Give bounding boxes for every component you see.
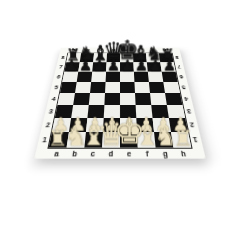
black-pawn[interactable]: ♟: [106, 58, 119, 73]
square-d7[interactable]: ♟: [106, 62, 120, 72]
square-c6[interactable]: [91, 72, 106, 82]
square-f5[interactable]: [134, 82, 150, 93]
square-e6[interactable]: [120, 72, 134, 82]
coordinate-label: e: [120, 48, 133, 54]
square-d5[interactable]: [105, 82, 120, 93]
files-top: abcdefgh: [68, 48, 172, 54]
square-c7[interactable]: ♟: [92, 62, 106, 72]
square-e5[interactable]: [120, 82, 135, 93]
coordinate-label: g: [145, 48, 159, 54]
square-f7[interactable]: ♟: [133, 62, 147, 72]
product-photo: abcdefgh abcdefgh 87654321 87654321 ♜♞♝♛…: [0, 0, 225, 225]
square-c5[interactable]: [90, 82, 106, 93]
board-grid: ♜♞♝♛♚♝♞♜♟♟♟♟♟♟♟♟♟♟♟♟♟♟♟♟♜♞♝♛♚♝♞♜: [49, 53, 191, 147]
square-a6[interactable]: [62, 72, 78, 82]
white-rook[interactable]: ♜: [173, 128, 192, 149]
black-pawn[interactable]: ♟: [148, 58, 161, 73]
chess-board-mat: abcdefgh abcdefgh 87654321 87654321 ♜♞♝♛…: [34, 48, 205, 159]
black-pawn[interactable]: ♟: [120, 58, 133, 73]
square-g7[interactable]: ♟: [147, 62, 162, 72]
square-f6[interactable]: [134, 72, 149, 82]
coordinate-label: 6: [176, 72, 188, 82]
coordinate-label: d: [107, 48, 120, 54]
coordinate-label: 5: [178, 82, 190, 93]
square-f4[interactable]: [135, 93, 151, 105]
black-pawn[interactable]: ♟: [92, 58, 105, 73]
square-d6[interactable]: [106, 72, 120, 82]
coordinate-label: f: [133, 48, 146, 54]
board-scene: abcdefgh abcdefgh 87654321 87654321 ♜♞♝♛…: [50, 23, 190, 163]
square-h4[interactable]: [165, 93, 182, 105]
coordinate-label: c: [94, 48, 107, 54]
black-pawn[interactable]: ♟: [64, 58, 77, 73]
square-g1[interactable]: ♞: [154, 132, 173, 147]
black-pawn[interactable]: ♟: [78, 58, 91, 73]
square-e7[interactable]: ♟: [120, 62, 134, 72]
square-b7[interactable]: ♟: [78, 62, 93, 72]
white-knight[interactable]: ♞: [154, 125, 176, 150]
square-c4[interactable]: [89, 93, 105, 105]
square-a7[interactable]: ♟: [64, 62, 79, 72]
coordinate-label: a: [68, 48, 82, 54]
square-b4[interactable]: [73, 93, 90, 105]
square-f1[interactable]: ♝: [137, 132, 156, 147]
coordinate-label: 8: [172, 53, 183, 62]
square-b5[interactable]: [75, 82, 91, 93]
square-d4[interactable]: [104, 93, 120, 105]
square-e4[interactable]: [120, 93, 136, 105]
square-b6[interactable]: [77, 72, 92, 82]
coordinate-label: b: [81, 48, 95, 54]
black-pawn[interactable]: ♟: [134, 58, 147, 73]
square-g4[interactable]: [150, 93, 167, 105]
coordinate-label: 7: [174, 62, 185, 72]
coordinate-label: h: [158, 48, 172, 54]
square-a5[interactable]: [60, 82, 77, 93]
square-h1[interactable]: ♜: [171, 132, 191, 147]
